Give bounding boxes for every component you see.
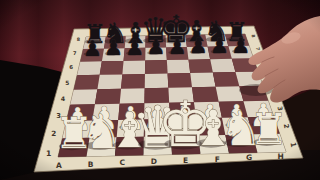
chessboard-photo: ABCDEFGH8765432187654321 ♜♞♝♛♚♝♞♜♟♟♟♟♟♟♟…: [0, 0, 320, 180]
vignette-layer: [0, 0, 320, 180]
vignette: [0, 0, 320, 180]
photo-frame: ABCDEFGH8765432187654321 ♜♞♝♛♚♝♞♜♟♟♟♟♟♟♟…: [0, 0, 320, 180]
